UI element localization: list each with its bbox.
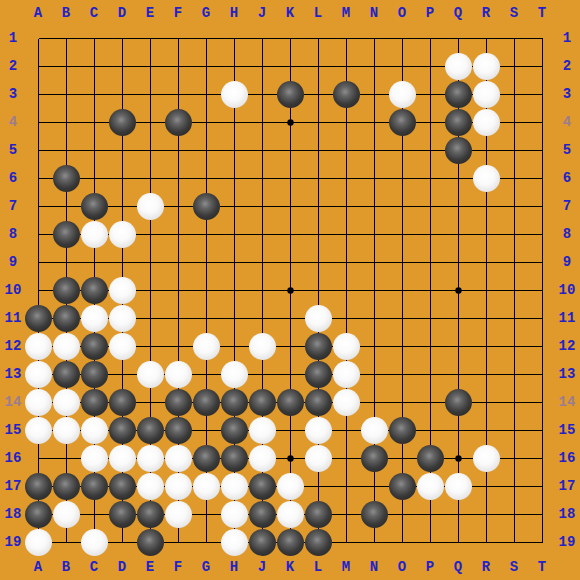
intersection-K1[interactable] <box>277 25 305 53</box>
intersection-D17[interactable] <box>109 473 137 501</box>
intersection-G11[interactable] <box>193 305 221 333</box>
intersection-L3[interactable] <box>305 81 333 109</box>
intersection-C6[interactable] <box>81 165 109 193</box>
intersection-F7[interactable] <box>165 193 193 221</box>
intersection-O11[interactable] <box>389 305 417 333</box>
intersection-K5[interactable] <box>277 137 305 165</box>
intersection-S19[interactable] <box>501 529 529 557</box>
intersection-M16[interactable] <box>333 445 361 473</box>
intersection-J11[interactable] <box>249 305 277 333</box>
intersection-F16[interactable] <box>165 445 193 473</box>
intersection-Q15[interactable] <box>445 417 473 445</box>
intersection-M18[interactable] <box>333 501 361 529</box>
intersection-A8[interactable] <box>25 221 53 249</box>
intersection-O1[interactable] <box>389 25 417 53</box>
intersection-K6[interactable] <box>277 165 305 193</box>
intersection-O7[interactable] <box>389 193 417 221</box>
intersection-N4[interactable] <box>361 109 389 137</box>
intersection-M4[interactable] <box>333 109 361 137</box>
intersection-D11[interactable] <box>109 305 137 333</box>
intersection-H3[interactable] <box>221 81 249 109</box>
intersection-B12[interactable] <box>53 333 81 361</box>
intersection-T8[interactable] <box>529 221 557 249</box>
intersection-E2[interactable] <box>137 53 165 81</box>
intersection-T18[interactable] <box>529 501 557 529</box>
intersection-T17[interactable] <box>529 473 557 501</box>
intersection-T7[interactable] <box>529 193 557 221</box>
intersection-P10[interactable] <box>417 277 445 305</box>
intersection-N12[interactable] <box>361 333 389 361</box>
intersection-F6[interactable] <box>165 165 193 193</box>
intersection-F18[interactable] <box>165 501 193 529</box>
intersection-S9[interactable] <box>501 249 529 277</box>
intersection-L6[interactable] <box>305 165 333 193</box>
intersection-B14[interactable] <box>53 389 81 417</box>
intersection-L14[interactable] <box>305 389 333 417</box>
intersection-P5[interactable] <box>417 137 445 165</box>
intersection-M19[interactable] <box>333 529 361 557</box>
intersection-M13[interactable] <box>333 361 361 389</box>
intersection-O10[interactable] <box>389 277 417 305</box>
intersection-E9[interactable] <box>137 249 165 277</box>
intersection-J9[interactable] <box>249 249 277 277</box>
intersection-A16[interactable] <box>25 445 53 473</box>
intersection-L8[interactable] <box>305 221 333 249</box>
intersection-O14[interactable] <box>389 389 417 417</box>
intersection-H15[interactable] <box>221 417 249 445</box>
intersection-A17[interactable] <box>25 473 53 501</box>
intersection-G14[interactable] <box>193 389 221 417</box>
intersection-A15[interactable] <box>25 417 53 445</box>
intersection-E15[interactable] <box>137 417 165 445</box>
intersection-E8[interactable] <box>137 221 165 249</box>
intersection-T13[interactable] <box>529 361 557 389</box>
intersection-H17[interactable] <box>221 473 249 501</box>
intersection-R3[interactable] <box>473 81 501 109</box>
intersection-S18[interactable] <box>501 501 529 529</box>
intersection-C16[interactable] <box>81 445 109 473</box>
intersection-P14[interactable] <box>417 389 445 417</box>
intersection-E17[interactable] <box>137 473 165 501</box>
intersection-H13[interactable] <box>221 361 249 389</box>
intersection-H18[interactable] <box>221 501 249 529</box>
intersection-P15[interactable] <box>417 417 445 445</box>
intersection-G1[interactable] <box>193 25 221 53</box>
intersection-T11[interactable] <box>529 305 557 333</box>
intersection-M17[interactable] <box>333 473 361 501</box>
intersection-S2[interactable] <box>501 53 529 81</box>
intersection-G5[interactable] <box>193 137 221 165</box>
intersection-B19[interactable] <box>53 529 81 557</box>
intersection-C14[interactable] <box>81 389 109 417</box>
intersection-L1[interactable] <box>305 25 333 53</box>
intersection-E14[interactable] <box>137 389 165 417</box>
intersection-N5[interactable] <box>361 137 389 165</box>
intersection-F10[interactable] <box>165 277 193 305</box>
intersection-B8[interactable] <box>53 221 81 249</box>
intersection-L12[interactable] <box>305 333 333 361</box>
intersection-H10[interactable] <box>221 277 249 305</box>
intersection-C17[interactable] <box>81 473 109 501</box>
intersection-B6[interactable] <box>53 165 81 193</box>
intersection-N1[interactable] <box>361 25 389 53</box>
intersection-A12[interactable] <box>25 333 53 361</box>
intersection-S11[interactable] <box>501 305 529 333</box>
intersection-E12[interactable] <box>137 333 165 361</box>
intersection-N7[interactable] <box>361 193 389 221</box>
intersection-O6[interactable] <box>389 165 417 193</box>
intersection-K7[interactable] <box>277 193 305 221</box>
intersection-L15[interactable] <box>305 417 333 445</box>
intersection-J12[interactable] <box>249 333 277 361</box>
intersection-H14[interactable] <box>221 389 249 417</box>
intersection-J3[interactable] <box>249 81 277 109</box>
intersection-D9[interactable] <box>109 249 137 277</box>
intersection-C3[interactable] <box>81 81 109 109</box>
intersection-L9[interactable] <box>305 249 333 277</box>
intersection-C13[interactable] <box>81 361 109 389</box>
intersection-O13[interactable] <box>389 361 417 389</box>
intersection-R2[interactable] <box>473 53 501 81</box>
intersection-R17[interactable] <box>473 473 501 501</box>
intersection-G10[interactable] <box>193 277 221 305</box>
intersection-M6[interactable] <box>333 165 361 193</box>
intersection-Q16[interactable] <box>445 445 473 473</box>
intersection-C10[interactable] <box>81 277 109 305</box>
intersection-N13[interactable] <box>361 361 389 389</box>
intersection-A10[interactable] <box>25 277 53 305</box>
intersection-L18[interactable] <box>305 501 333 529</box>
intersection-N2[interactable] <box>361 53 389 81</box>
intersection-B5[interactable] <box>53 137 81 165</box>
intersection-P3[interactable] <box>417 81 445 109</box>
intersection-T12[interactable] <box>529 333 557 361</box>
intersection-S1[interactable] <box>501 25 529 53</box>
intersection-C9[interactable] <box>81 249 109 277</box>
intersection-A11[interactable] <box>25 305 53 333</box>
intersection-P11[interactable] <box>417 305 445 333</box>
intersection-M3[interactable] <box>333 81 361 109</box>
intersection-E1[interactable] <box>137 25 165 53</box>
intersection-K4[interactable] <box>277 109 305 137</box>
intersection-N3[interactable] <box>361 81 389 109</box>
intersection-N18[interactable] <box>361 501 389 529</box>
intersection-J17[interactable] <box>249 473 277 501</box>
intersection-A9[interactable] <box>25 249 53 277</box>
intersection-G16[interactable] <box>193 445 221 473</box>
intersection-S4[interactable] <box>501 109 529 137</box>
intersection-F1[interactable] <box>165 25 193 53</box>
intersection-F17[interactable] <box>165 473 193 501</box>
intersection-L5[interactable] <box>305 137 333 165</box>
intersection-N19[interactable] <box>361 529 389 557</box>
intersection-Q11[interactable] <box>445 305 473 333</box>
intersection-B17[interactable] <box>53 473 81 501</box>
intersection-B9[interactable] <box>53 249 81 277</box>
intersection-E6[interactable] <box>137 165 165 193</box>
intersection-J6[interactable] <box>249 165 277 193</box>
intersection-T15[interactable] <box>529 417 557 445</box>
intersection-B10[interactable] <box>53 277 81 305</box>
intersection-P17[interactable] <box>417 473 445 501</box>
intersection-M15[interactable] <box>333 417 361 445</box>
intersection-R11[interactable] <box>473 305 501 333</box>
intersection-N17[interactable] <box>361 473 389 501</box>
intersection-K18[interactable] <box>277 501 305 529</box>
intersection-E3[interactable] <box>137 81 165 109</box>
intersection-H2[interactable] <box>221 53 249 81</box>
intersection-B15[interactable] <box>53 417 81 445</box>
intersection-F11[interactable] <box>165 305 193 333</box>
intersection-F8[interactable] <box>165 221 193 249</box>
intersection-S17[interactable] <box>501 473 529 501</box>
intersection-K9[interactable] <box>277 249 305 277</box>
intersection-K8[interactable] <box>277 221 305 249</box>
intersection-T16[interactable] <box>529 445 557 473</box>
intersection-T4[interactable] <box>529 109 557 137</box>
intersection-R14[interactable] <box>473 389 501 417</box>
intersection-R12[interactable] <box>473 333 501 361</box>
intersection-K19[interactable] <box>277 529 305 557</box>
intersection-A7[interactable] <box>25 193 53 221</box>
intersection-Q1[interactable] <box>445 25 473 53</box>
intersection-K12[interactable] <box>277 333 305 361</box>
intersection-B11[interactable] <box>53 305 81 333</box>
intersection-O16[interactable] <box>389 445 417 473</box>
intersection-K17[interactable] <box>277 473 305 501</box>
intersection-C11[interactable] <box>81 305 109 333</box>
intersection-S5[interactable] <box>501 137 529 165</box>
intersection-H16[interactable] <box>221 445 249 473</box>
intersection-D10[interactable] <box>109 277 137 305</box>
intersection-O8[interactable] <box>389 221 417 249</box>
intersection-H7[interactable] <box>221 193 249 221</box>
intersection-Q5[interactable] <box>445 137 473 165</box>
intersection-C18[interactable] <box>81 501 109 529</box>
intersection-C19[interactable] <box>81 529 109 557</box>
intersection-O18[interactable] <box>389 501 417 529</box>
intersection-E19[interactable] <box>137 529 165 557</box>
intersection-G13[interactable] <box>193 361 221 389</box>
intersection-G8[interactable] <box>193 221 221 249</box>
intersection-A18[interactable] <box>25 501 53 529</box>
intersection-F5[interactable] <box>165 137 193 165</box>
intersection-C7[interactable] <box>81 193 109 221</box>
intersection-Q10[interactable] <box>445 277 473 305</box>
intersection-H6[interactable] <box>221 165 249 193</box>
intersection-K10[interactable] <box>277 277 305 305</box>
intersection-F9[interactable] <box>165 249 193 277</box>
intersection-T10[interactable] <box>529 277 557 305</box>
intersection-R8[interactable] <box>473 221 501 249</box>
intersection-H12[interactable] <box>221 333 249 361</box>
intersection-G4[interactable] <box>193 109 221 137</box>
intersection-P12[interactable] <box>417 333 445 361</box>
intersection-M10[interactable] <box>333 277 361 305</box>
intersection-E4[interactable] <box>137 109 165 137</box>
intersection-T14[interactable] <box>529 389 557 417</box>
intersection-O15[interactable] <box>389 417 417 445</box>
intersection-T3[interactable] <box>529 81 557 109</box>
intersection-O5[interactable] <box>389 137 417 165</box>
intersection-R19[interactable] <box>473 529 501 557</box>
intersection-N6[interactable] <box>361 165 389 193</box>
intersection-J8[interactable] <box>249 221 277 249</box>
intersection-D13[interactable] <box>109 361 137 389</box>
intersection-A6[interactable] <box>25 165 53 193</box>
intersection-A19[interactable] <box>25 529 53 557</box>
intersection-C12[interactable] <box>81 333 109 361</box>
intersection-A13[interactable] <box>25 361 53 389</box>
intersection-J2[interactable] <box>249 53 277 81</box>
intersection-R6[interactable] <box>473 165 501 193</box>
intersection-Q6[interactable] <box>445 165 473 193</box>
intersection-P9[interactable] <box>417 249 445 277</box>
intersection-G7[interactable] <box>193 193 221 221</box>
intersection-M12[interactable] <box>333 333 361 361</box>
intersection-R9[interactable] <box>473 249 501 277</box>
intersection-T19[interactable] <box>529 529 557 557</box>
intersection-Q4[interactable] <box>445 109 473 137</box>
intersection-S13[interactable] <box>501 361 529 389</box>
intersection-C8[interactable] <box>81 221 109 249</box>
intersection-D14[interactable] <box>109 389 137 417</box>
intersection-A3[interactable] <box>25 81 53 109</box>
intersection-L4[interactable] <box>305 109 333 137</box>
intersection-J10[interactable] <box>249 277 277 305</box>
intersection-H19[interactable] <box>221 529 249 557</box>
intersection-N15[interactable] <box>361 417 389 445</box>
intersection-O19[interactable] <box>389 529 417 557</box>
intersection-F12[interactable] <box>165 333 193 361</box>
intersection-N8[interactable] <box>361 221 389 249</box>
intersection-N14[interactable] <box>361 389 389 417</box>
intersection-C2[interactable] <box>81 53 109 81</box>
intersection-H5[interactable] <box>221 137 249 165</box>
intersection-P19[interactable] <box>417 529 445 557</box>
intersection-M2[interactable] <box>333 53 361 81</box>
intersection-D5[interactable] <box>109 137 137 165</box>
intersection-S16[interactable] <box>501 445 529 473</box>
intersection-A1[interactable] <box>25 25 53 53</box>
intersection-E16[interactable] <box>137 445 165 473</box>
intersection-E13[interactable] <box>137 361 165 389</box>
intersection-G17[interactable] <box>193 473 221 501</box>
intersection-Q7[interactable] <box>445 193 473 221</box>
intersection-R13[interactable] <box>473 361 501 389</box>
intersection-Q3[interactable] <box>445 81 473 109</box>
intersection-M14[interactable] <box>333 389 361 417</box>
intersection-S3[interactable] <box>501 81 529 109</box>
intersection-D3[interactable] <box>109 81 137 109</box>
intersection-K11[interactable] <box>277 305 305 333</box>
intersection-Q12[interactable] <box>445 333 473 361</box>
intersection-J19[interactable] <box>249 529 277 557</box>
intersection-K14[interactable] <box>277 389 305 417</box>
intersection-P2[interactable] <box>417 53 445 81</box>
intersection-P4[interactable] <box>417 109 445 137</box>
intersection-Q13[interactable] <box>445 361 473 389</box>
intersection-B7[interactable] <box>53 193 81 221</box>
intersection-P8[interactable] <box>417 221 445 249</box>
intersection-O12[interactable] <box>389 333 417 361</box>
intersection-B4[interactable] <box>53 109 81 137</box>
intersection-B16[interactable] <box>53 445 81 473</box>
intersection-S15[interactable] <box>501 417 529 445</box>
intersection-F3[interactable] <box>165 81 193 109</box>
intersection-K13[interactable] <box>277 361 305 389</box>
intersection-L10[interactable] <box>305 277 333 305</box>
intersection-J15[interactable] <box>249 417 277 445</box>
intersection-S10[interactable] <box>501 277 529 305</box>
intersection-J5[interactable] <box>249 137 277 165</box>
intersection-A14[interactable] <box>25 389 53 417</box>
intersection-L2[interactable] <box>305 53 333 81</box>
intersection-P6[interactable] <box>417 165 445 193</box>
intersection-E10[interactable] <box>137 277 165 305</box>
intersection-L7[interactable] <box>305 193 333 221</box>
intersection-Q19[interactable] <box>445 529 473 557</box>
intersection-G6[interactable] <box>193 165 221 193</box>
intersection-F19[interactable] <box>165 529 193 557</box>
intersection-R4[interactable] <box>473 109 501 137</box>
intersection-T5[interactable] <box>529 137 557 165</box>
intersection-G19[interactable] <box>193 529 221 557</box>
intersection-M11[interactable] <box>333 305 361 333</box>
intersection-D19[interactable] <box>109 529 137 557</box>
intersection-R10[interactable] <box>473 277 501 305</box>
intersection-S7[interactable] <box>501 193 529 221</box>
intersection-C15[interactable] <box>81 417 109 445</box>
intersection-F4[interactable] <box>165 109 193 137</box>
intersection-O9[interactable] <box>389 249 417 277</box>
intersection-G9[interactable] <box>193 249 221 277</box>
intersection-C1[interactable] <box>81 25 109 53</box>
intersection-D12[interactable] <box>109 333 137 361</box>
intersection-S6[interactable] <box>501 165 529 193</box>
intersection-D7[interactable] <box>109 193 137 221</box>
intersection-G12[interactable] <box>193 333 221 361</box>
intersection-D15[interactable] <box>109 417 137 445</box>
intersection-N10[interactable] <box>361 277 389 305</box>
intersection-C5[interactable] <box>81 137 109 165</box>
intersection-M5[interactable] <box>333 137 361 165</box>
intersection-P1[interactable] <box>417 25 445 53</box>
intersection-R15[interactable] <box>473 417 501 445</box>
intersection-M7[interactable] <box>333 193 361 221</box>
intersection-D8[interactable] <box>109 221 137 249</box>
intersection-L11[interactable] <box>305 305 333 333</box>
intersection-D1[interactable] <box>109 25 137 53</box>
intersection-Q18[interactable] <box>445 501 473 529</box>
intersection-D18[interactable] <box>109 501 137 529</box>
intersection-R5[interactable] <box>473 137 501 165</box>
intersection-D16[interactable] <box>109 445 137 473</box>
intersection-O2[interactable] <box>389 53 417 81</box>
intersection-G18[interactable] <box>193 501 221 529</box>
intersection-H9[interactable] <box>221 249 249 277</box>
intersection-F2[interactable] <box>165 53 193 81</box>
intersection-F13[interactable] <box>165 361 193 389</box>
intersection-R18[interactable] <box>473 501 501 529</box>
intersection-E7[interactable] <box>137 193 165 221</box>
intersection-N9[interactable] <box>361 249 389 277</box>
intersection-P7[interactable] <box>417 193 445 221</box>
intersection-Q17[interactable] <box>445 473 473 501</box>
intersection-B13[interactable] <box>53 361 81 389</box>
intersection-F14[interactable] <box>165 389 193 417</box>
intersection-L17[interactable] <box>305 473 333 501</box>
